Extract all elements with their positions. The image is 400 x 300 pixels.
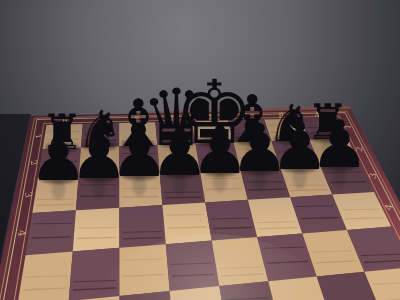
chessboard-scene: HGFEDCBA12341234♜♞♝♚♛♝♞♜♟♟♟♟♟♟♟♟ <box>0 0 400 300</box>
photo-canvas: HGFEDCBA12341234♜♞♝♚♛♝♞♜♟♟♟♟♟♟♟♟ <box>0 0 400 300</box>
piece-black-pawn-a7: ♟ <box>29 119 88 195</box>
